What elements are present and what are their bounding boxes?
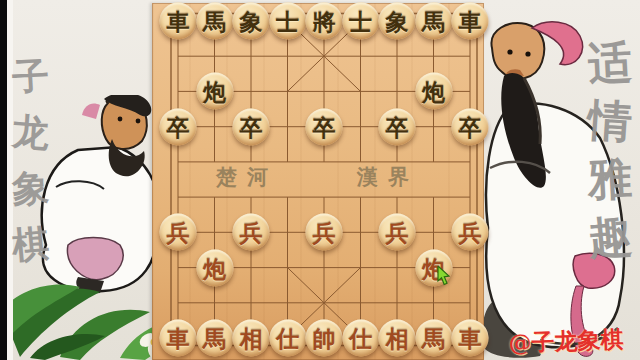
piece-character: 卒 xyxy=(240,108,263,145)
piece-red-馬[interactable]: 馬 xyxy=(196,319,233,356)
piece-character: 馬 xyxy=(203,319,226,356)
right-calligraphy-shiQingYaQu: 适 情 雅 趣 xyxy=(588,34,632,266)
piece-black-馬[interactable]: 馬 xyxy=(415,3,452,40)
left-calligraphy-ziLongXiangQi: 子 龙 象 棋 xyxy=(12,48,49,272)
piece-character: 馬 xyxy=(203,3,226,40)
piece-character: 卒 xyxy=(313,108,336,145)
piece-character: 馬 xyxy=(422,3,445,40)
piece-black-士[interactable]: 士 xyxy=(269,3,306,40)
piece-red-仕[interactable]: 仕 xyxy=(342,319,379,356)
piece-red-相[interactable]: 相 xyxy=(379,319,416,356)
piece-character: 卒 xyxy=(167,108,190,145)
piece-character: 馬 xyxy=(422,319,445,356)
piece-black-象[interactable]: 象 xyxy=(233,3,270,40)
piece-character: 炮 xyxy=(422,73,445,110)
calligraphy-char: 棋 xyxy=(10,214,52,273)
piece-black-馬[interactable]: 馬 xyxy=(196,3,233,40)
piece-red-兵[interactable]: 兵 xyxy=(306,214,343,251)
calligraphy-char: 子 xyxy=(11,47,51,105)
piece-red-帥[interactable]: 帥 xyxy=(306,319,343,356)
river-label-hanjie: 漢界 xyxy=(357,163,419,191)
piece-character: 士 xyxy=(276,3,299,40)
piece-black-炮[interactable]: 炮 xyxy=(415,73,452,110)
piece-red-車[interactable]: 車 xyxy=(452,319,489,356)
piece-character: 將 xyxy=(313,3,336,40)
piece-character: 帥 xyxy=(313,319,336,356)
mouse-cursor-icon xyxy=(437,266,451,286)
piece-character: 兵 xyxy=(386,214,409,251)
piece-red-仕[interactable]: 仕 xyxy=(269,319,306,356)
piece-character: 車 xyxy=(459,3,482,40)
piece-red-兵[interactable]: 兵 xyxy=(160,214,197,251)
piece-character: 兵 xyxy=(313,214,336,251)
piece-character: 炮 xyxy=(203,73,226,110)
calligraphy-char: 象 xyxy=(11,159,51,217)
left-black-bar xyxy=(0,0,7,360)
piece-red-車[interactable]: 車 xyxy=(160,319,197,356)
piece-character: 車 xyxy=(459,319,482,356)
piece-character: 相 xyxy=(386,319,409,356)
piece-black-卒[interactable]: 卒 xyxy=(452,108,489,145)
calligraphy-char: 雅 xyxy=(587,149,634,209)
piece-black-將[interactable]: 將 xyxy=(306,3,343,40)
piece-character: 車 xyxy=(167,319,190,356)
piece-black-炮[interactable]: 炮 xyxy=(196,73,233,110)
river-label-chuhe: 楚河 xyxy=(216,163,278,191)
piece-character: 仕 xyxy=(276,319,299,356)
piece-character: 車 xyxy=(167,3,190,40)
piece-character: 卒 xyxy=(459,108,482,145)
piece-black-士[interactable]: 士 xyxy=(342,3,379,40)
piece-red-炮[interactable]: 炮 xyxy=(196,249,233,286)
calligraphy-char: 适 xyxy=(587,33,634,93)
piece-black-卒[interactable]: 卒 xyxy=(160,108,197,145)
piece-character: 仕 xyxy=(349,319,372,356)
piece-red-相[interactable]: 相 xyxy=(233,319,270,356)
piece-character: 兵 xyxy=(459,214,482,251)
piece-character: 象 xyxy=(386,3,409,40)
xiangqi-app-window: 子 龙 象 棋 适 情 雅 趣 楚河 漢界 車馬象士將士象馬車炮炮卒卒卒卒卒兵 xyxy=(0,0,640,360)
piece-black-車[interactable]: 車 xyxy=(160,3,197,40)
piece-character: 相 xyxy=(240,319,263,356)
channel-watermark: @子龙象棋 xyxy=(496,324,637,360)
piece-character: 兵 xyxy=(167,214,190,251)
piece-black-卒[interactable]: 卒 xyxy=(306,108,343,145)
piece-black-卒[interactable]: 卒 xyxy=(379,108,416,145)
board-grid-lines xyxy=(152,3,484,360)
piece-character: 卒 xyxy=(386,108,409,145)
piece-red-兵[interactable]: 兵 xyxy=(452,214,489,251)
piece-character: 象 xyxy=(240,3,263,40)
piece-character: 兵 xyxy=(240,214,263,251)
calligraphy-char: 趣 xyxy=(586,206,635,268)
calligraphy-char: 情 xyxy=(586,91,634,152)
calligraphy-char: 龙 xyxy=(10,103,51,161)
piece-character: 士 xyxy=(349,3,372,40)
piece-black-象[interactable]: 象 xyxy=(379,3,416,40)
piece-character: 炮 xyxy=(203,249,226,286)
piece-red-兵[interactable]: 兵 xyxy=(233,214,270,251)
piece-black-車[interactable]: 車 xyxy=(452,3,489,40)
piece-red-兵[interactable]: 兵 xyxy=(379,214,416,251)
piece-red-馬[interactable]: 馬 xyxy=(415,319,452,356)
xiangqi-board[interactable]: 楚河 漢界 車馬象士將士象馬車炮炮卒卒卒卒卒兵兵兵兵兵炮炮車馬相仕帥仕相馬車 xyxy=(152,3,484,360)
piece-black-卒[interactable]: 卒 xyxy=(233,108,270,145)
